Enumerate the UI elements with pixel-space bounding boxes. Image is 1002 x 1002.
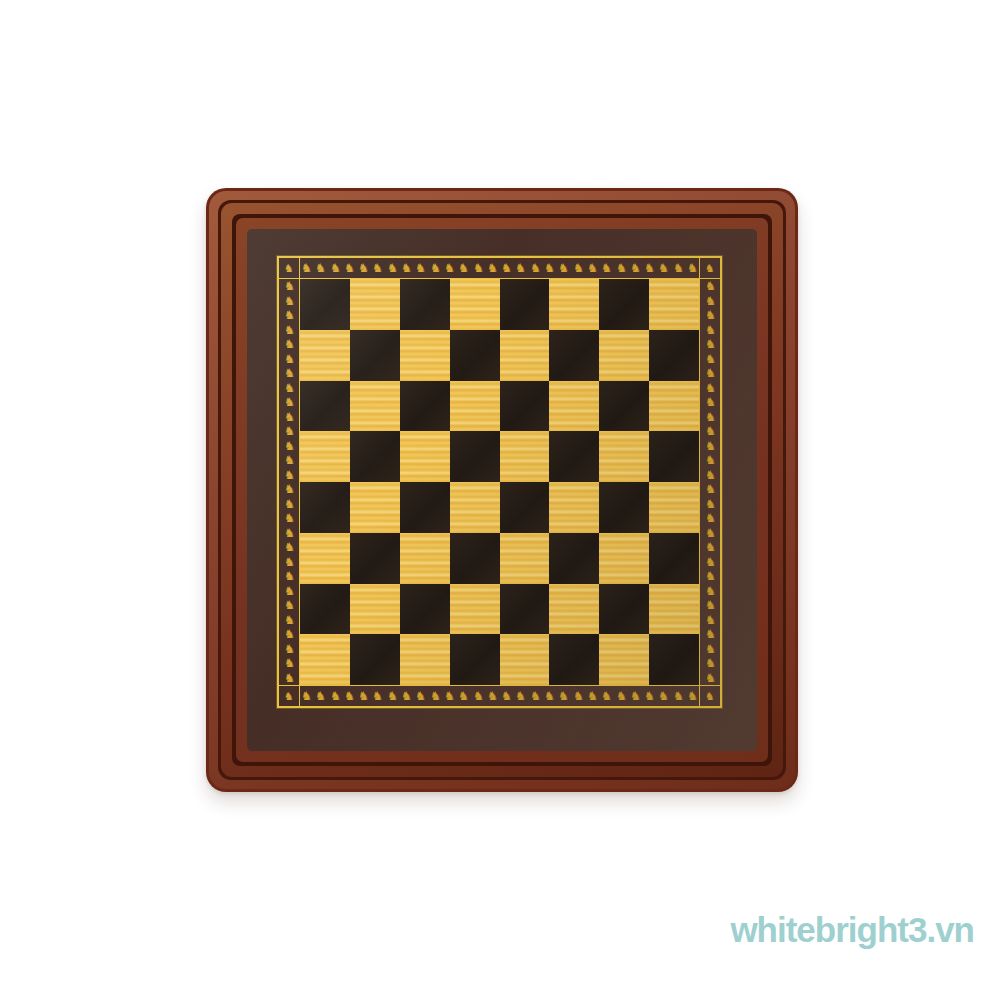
eagle-ornament-icon: ♞ bbox=[283, 498, 294, 510]
board-square bbox=[350, 330, 400, 381]
board-square bbox=[300, 482, 350, 533]
eagle-ornament-icon: ♞ bbox=[704, 512, 715, 524]
eagle-ornament-icon: ♞ bbox=[283, 353, 294, 365]
eagle-ornament-icon: ♞ bbox=[704, 309, 715, 321]
board-square bbox=[300, 634, 350, 685]
ornament-strip-left: ♞♞♞♞♞♞♞♞♞♞♞♞♞♞♞♞♞♞♞♞♞♞♞♞♞♞♞♞ bbox=[279, 278, 300, 686]
eagle-ornament-icon: ♞ bbox=[615, 262, 626, 274]
board-square bbox=[350, 584, 400, 635]
board-square bbox=[500, 584, 550, 635]
eagle-ornament-icon: ♞ bbox=[283, 527, 294, 539]
eagle-ornament-icon: ♞ bbox=[283, 382, 294, 394]
eagle-ornament-icon: ♞ bbox=[704, 440, 715, 452]
eagle-ornament-icon: ♞ bbox=[283, 454, 294, 466]
board-square bbox=[300, 431, 350, 482]
eagle-ornament-icon: ♞ bbox=[429, 262, 440, 274]
eagle-ornament-icon: ♞ bbox=[704, 599, 715, 611]
board-square bbox=[649, 634, 699, 685]
board-square bbox=[300, 533, 350, 584]
eagle-ornament-icon: ♞ bbox=[601, 690, 612, 702]
eagle-ornament-icon: ♞ bbox=[705, 263, 715, 274]
eagle-ornament-icon: ♞ bbox=[472, 262, 483, 274]
board-square bbox=[300, 381, 350, 432]
board-square bbox=[350, 431, 400, 482]
eagle-ornament-icon: ♞ bbox=[644, 262, 655, 274]
board-mat: ♞♞♞♞♞♞♞♞♞♞♞♞♞♞♞♞♞♞♞♞♞♞♞♞♞♞♞♞ ♞♞♞♞♞♞♞♞♞♞♞… bbox=[247, 229, 757, 751]
eagle-ornament-icon: ♞ bbox=[704, 657, 715, 669]
eagle-ornament-icon: ♞ bbox=[487, 690, 498, 702]
board-square bbox=[549, 634, 599, 685]
eagle-ornament-icon: ♞ bbox=[283, 411, 294, 423]
board-square bbox=[400, 431, 450, 482]
board-square bbox=[649, 482, 699, 533]
frame-groove: ♞♞♞♞♞♞♞♞♞♞♞♞♞♞♞♞♞♞♞♞♞♞♞♞♞♞♞♞ ♞♞♞♞♞♞♞♞♞♞♞… bbox=[218, 200, 786, 780]
board-square bbox=[450, 330, 500, 381]
board-square bbox=[649, 330, 699, 381]
ornament-border: ♞♞♞♞♞♞♞♞♞♞♞♞♞♞♞♞♞♞♞♞♞♞♞♞♞♞♞♞ ♞♞♞♞♞♞♞♞♞♞♞… bbox=[277, 256, 722, 708]
board-square bbox=[649, 584, 699, 635]
ornament-corner-top-right: ♞ bbox=[699, 258, 720, 279]
eagle-ornament-icon: ♞ bbox=[658, 262, 669, 274]
board-square bbox=[500, 381, 550, 432]
eagle-ornament-icon: ♞ bbox=[301, 262, 312, 274]
board-square bbox=[400, 279, 450, 330]
eagle-ornament-icon: ♞ bbox=[644, 690, 655, 702]
eagle-ornament-icon: ♞ bbox=[387, 690, 398, 702]
eagle-ornament-icon: ♞ bbox=[315, 690, 326, 702]
eagle-ornament-icon: ♞ bbox=[315, 262, 326, 274]
eagle-ornament-icon: ♞ bbox=[572, 690, 583, 702]
eagle-ornament-icon: ♞ bbox=[630, 262, 641, 274]
eagle-ornament-icon: ♞ bbox=[572, 262, 583, 274]
board-square bbox=[599, 584, 649, 635]
eagle-ornament-icon: ♞ bbox=[704, 425, 715, 437]
product-photo-stage: ♞♞♞♞♞♞♞♞♞♞♞♞♞♞♞♞♞♞♞♞♞♞♞♞♞♞♞♞ ♞♞♞♞♞♞♞♞♞♞♞… bbox=[0, 0, 1002, 1002]
eagle-ornament-icon: ♞ bbox=[283, 483, 294, 495]
board-square bbox=[500, 482, 550, 533]
eagle-ornament-icon: ♞ bbox=[704, 367, 715, 379]
board-frame: ♞♞♞♞♞♞♞♞♞♞♞♞♞♞♞♞♞♞♞♞♞♞♞♞♞♞♞♞ ♞♞♞♞♞♞♞♞♞♞♞… bbox=[206, 188, 798, 792]
board-square bbox=[599, 533, 649, 584]
board-square bbox=[400, 330, 450, 381]
board-square bbox=[350, 634, 400, 685]
eagle-ornament-icon: ♞ bbox=[601, 262, 612, 274]
frame-molding-mid: ♞♞♞♞♞♞♞♞♞♞♞♞♞♞♞♞♞♞♞♞♞♞♞♞♞♞♞♞ ♞♞♞♞♞♞♞♞♞♞♞… bbox=[221, 203, 783, 777]
eagle-ornament-icon: ♞ bbox=[283, 512, 294, 524]
board-square bbox=[300, 584, 350, 635]
board-square bbox=[649, 533, 699, 584]
eagle-ornament-icon: ♞ bbox=[415, 690, 426, 702]
eagle-ornament-icon: ♞ bbox=[329, 690, 340, 702]
board-square bbox=[400, 584, 450, 635]
eagle-ornament-icon: ♞ bbox=[704, 541, 715, 553]
board-square bbox=[450, 431, 500, 482]
eagle-ornament-icon: ♞ bbox=[401, 262, 412, 274]
eagle-ornament-icon: ♞ bbox=[704, 643, 715, 655]
eagle-ornament-icon: ♞ bbox=[558, 690, 569, 702]
board-square bbox=[549, 482, 599, 533]
eagle-ornament-icon: ♞ bbox=[284, 263, 294, 274]
board-square bbox=[549, 584, 599, 635]
board-square bbox=[649, 279, 699, 330]
eagle-ornament-icon: ♞ bbox=[704, 672, 715, 684]
eagle-ornament-icon: ♞ bbox=[283, 309, 294, 321]
eagle-ornament-icon: ♞ bbox=[704, 411, 715, 423]
board-square bbox=[400, 533, 450, 584]
eagle-ornament-icon: ♞ bbox=[544, 262, 555, 274]
watermark: whitebright3.vn bbox=[730, 910, 974, 950]
eagle-ornament-icon: ♞ bbox=[283, 599, 294, 611]
eagle-ornament-icon: ♞ bbox=[529, 690, 540, 702]
board-square bbox=[400, 482, 450, 533]
board-square bbox=[599, 482, 649, 533]
eagle-ornament-icon: ♞ bbox=[283, 295, 294, 307]
eagle-ornament-icon: ♞ bbox=[283, 585, 294, 597]
eagle-ornament-icon: ♞ bbox=[444, 690, 455, 702]
board-square bbox=[350, 279, 400, 330]
board-square bbox=[549, 381, 599, 432]
eagle-ornament-icon: ♞ bbox=[687, 262, 698, 274]
board-square bbox=[300, 330, 350, 381]
eagle-ornament-icon: ♞ bbox=[444, 262, 455, 274]
board-square bbox=[450, 279, 500, 330]
frame-groove-inner: ♞♞♞♞♞♞♞♞♞♞♞♞♞♞♞♞♞♞♞♞♞♞♞♞♞♞♞♞ ♞♞♞♞♞♞♞♞♞♞♞… bbox=[232, 214, 772, 766]
board-square bbox=[500, 634, 550, 685]
eagle-ornament-icon: ♞ bbox=[283, 324, 294, 336]
eagle-ornament-icon: ♞ bbox=[672, 690, 683, 702]
eagle-ornament-icon: ♞ bbox=[515, 690, 526, 702]
eagle-ornament-icon: ♞ bbox=[401, 690, 412, 702]
eagle-ornament-icon: ♞ bbox=[283, 657, 294, 669]
board-square bbox=[450, 634, 500, 685]
eagle-ornament-icon: ♞ bbox=[587, 262, 598, 274]
eagle-ornament-icon: ♞ bbox=[587, 690, 598, 702]
eagle-ornament-icon: ♞ bbox=[704, 353, 715, 365]
board-square bbox=[649, 381, 699, 432]
eagle-ornament-icon: ♞ bbox=[283, 425, 294, 437]
eagle-ornament-icon: ♞ bbox=[329, 262, 340, 274]
eagle-ornament-icon: ♞ bbox=[672, 262, 683, 274]
board-square bbox=[549, 330, 599, 381]
eagle-ornament-icon: ♞ bbox=[544, 690, 555, 702]
eagle-ornament-icon: ♞ bbox=[704, 324, 715, 336]
eagle-ornament-icon: ♞ bbox=[515, 262, 526, 274]
eagle-ornament-icon: ♞ bbox=[704, 570, 715, 582]
eagle-ornament-icon: ♞ bbox=[658, 690, 669, 702]
eagle-ornament-icon: ♞ bbox=[283, 672, 294, 684]
eagle-ornament-icon: ♞ bbox=[704, 454, 715, 466]
board-square bbox=[599, 330, 649, 381]
board-square bbox=[350, 482, 400, 533]
eagle-ornament-icon: ♞ bbox=[429, 690, 440, 702]
board-square bbox=[350, 381, 400, 432]
frame-molding-inner: ♞♞♞♞♞♞♞♞♞♞♞♞♞♞♞♞♞♞♞♞♞♞♞♞♞♞♞♞ ♞♞♞♞♞♞♞♞♞♞♞… bbox=[236, 218, 768, 762]
board-square bbox=[500, 431, 550, 482]
eagle-ornament-icon: ♞ bbox=[704, 614, 715, 626]
eagle-ornament-icon: ♞ bbox=[458, 262, 469, 274]
ornament-corner-bottom-left: ♞ bbox=[279, 685, 300, 706]
eagle-ornament-icon: ♞ bbox=[358, 690, 369, 702]
eagle-ornament-icon: ♞ bbox=[704, 295, 715, 307]
eagle-ornament-icon: ♞ bbox=[415, 262, 426, 274]
board-square bbox=[450, 584, 500, 635]
board-square bbox=[599, 381, 649, 432]
ornament-corner-top-left: ♞ bbox=[279, 258, 300, 279]
ornament-corner-bottom-right: ♞ bbox=[699, 685, 720, 706]
eagle-ornament-icon: ♞ bbox=[501, 690, 512, 702]
eagle-ornament-icon: ♞ bbox=[704, 382, 715, 394]
board-square bbox=[549, 431, 599, 482]
eagle-ornament-icon: ♞ bbox=[704, 498, 715, 510]
board-square bbox=[500, 330, 550, 381]
eagle-ornament-icon: ♞ bbox=[283, 338, 294, 350]
eagle-ornament-icon: ♞ bbox=[283, 643, 294, 655]
eagle-ornament-icon: ♞ bbox=[558, 262, 569, 274]
eagle-ornament-icon: ♞ bbox=[704, 585, 715, 597]
board-square bbox=[400, 634, 450, 685]
board-square bbox=[649, 431, 699, 482]
eagle-ornament-icon: ♞ bbox=[704, 483, 715, 495]
board-square bbox=[549, 279, 599, 330]
eagle-ornament-icon: ♞ bbox=[283, 469, 294, 481]
eagle-ornament-icon: ♞ bbox=[705, 691, 715, 702]
eagle-ornament-icon: ♞ bbox=[615, 690, 626, 702]
eagle-ornament-icon: ♞ bbox=[387, 262, 398, 274]
board-square bbox=[500, 533, 550, 584]
eagle-ornament-icon: ♞ bbox=[630, 690, 641, 702]
eagle-ornament-icon: ♞ bbox=[372, 262, 383, 274]
board-square bbox=[599, 431, 649, 482]
board-square bbox=[599, 634, 649, 685]
eagle-ornament-icon: ♞ bbox=[358, 262, 369, 274]
board-square bbox=[450, 482, 500, 533]
board-square bbox=[400, 381, 450, 432]
board-square bbox=[300, 279, 350, 330]
eagle-ornament-icon: ♞ bbox=[487, 262, 498, 274]
eagle-ornament-icon: ♞ bbox=[283, 628, 294, 640]
board-square bbox=[599, 279, 649, 330]
board-square bbox=[350, 533, 400, 584]
eagle-ornament-icon: ♞ bbox=[704, 469, 715, 481]
eagle-ornament-icon: ♞ bbox=[704, 280, 715, 292]
ornament-strip-bottom: ♞♞♞♞♞♞♞♞♞♞♞♞♞♞♞♞♞♞♞♞♞♞♞♞♞♞♞♞ bbox=[299, 685, 700, 706]
eagle-ornament-icon: ♞ bbox=[283, 440, 294, 452]
board-square bbox=[450, 533, 500, 584]
eagle-ornament-icon: ♞ bbox=[704, 527, 715, 539]
chess-board bbox=[299, 278, 700, 686]
eagle-ornament-icon: ♞ bbox=[704, 628, 715, 640]
eagle-ornament-icon: ♞ bbox=[458, 690, 469, 702]
frame-molding-outer: ♞♞♞♞♞♞♞♞♞♞♞♞♞♞♞♞♞♞♞♞♞♞♞♞♞♞♞♞ ♞♞♞♞♞♞♞♞♞♞♞… bbox=[209, 191, 795, 789]
eagle-ornament-icon: ♞ bbox=[372, 690, 383, 702]
eagle-ornament-icon: ♞ bbox=[283, 367, 294, 379]
eagle-ornament-icon: ♞ bbox=[704, 556, 715, 568]
eagle-ornament-icon: ♞ bbox=[301, 690, 312, 702]
board-square bbox=[450, 381, 500, 432]
eagle-ornament-icon: ♞ bbox=[283, 570, 294, 582]
eagle-ornament-icon: ♞ bbox=[284, 691, 294, 702]
eagle-ornament-icon: ♞ bbox=[283, 556, 294, 568]
eagle-ornament-icon: ♞ bbox=[704, 396, 715, 408]
eagle-ornament-icon: ♞ bbox=[501, 262, 512, 274]
ornament-strip-right: ♞♞♞♞♞♞♞♞♞♞♞♞♞♞♞♞♞♞♞♞♞♞♞♞♞♞♞♞ bbox=[699, 278, 720, 686]
eagle-ornament-icon: ♞ bbox=[344, 262, 355, 274]
ornament-strip-top: ♞♞♞♞♞♞♞♞♞♞♞♞♞♞♞♞♞♞♞♞♞♞♞♞♞♞♞♞ bbox=[299, 258, 700, 279]
eagle-ornament-icon: ♞ bbox=[687, 690, 698, 702]
eagle-ornament-icon: ♞ bbox=[283, 541, 294, 553]
board-square bbox=[500, 279, 550, 330]
eagle-ornament-icon: ♞ bbox=[472, 690, 483, 702]
board-square bbox=[549, 533, 599, 584]
eagle-ornament-icon: ♞ bbox=[704, 338, 715, 350]
eagle-ornament-icon: ♞ bbox=[529, 262, 540, 274]
eagle-ornament-icon: ♞ bbox=[344, 690, 355, 702]
eagle-ornament-icon: ♞ bbox=[283, 396, 294, 408]
eagle-ornament-icon: ♞ bbox=[283, 280, 294, 292]
eagle-ornament-icon: ♞ bbox=[283, 614, 294, 626]
